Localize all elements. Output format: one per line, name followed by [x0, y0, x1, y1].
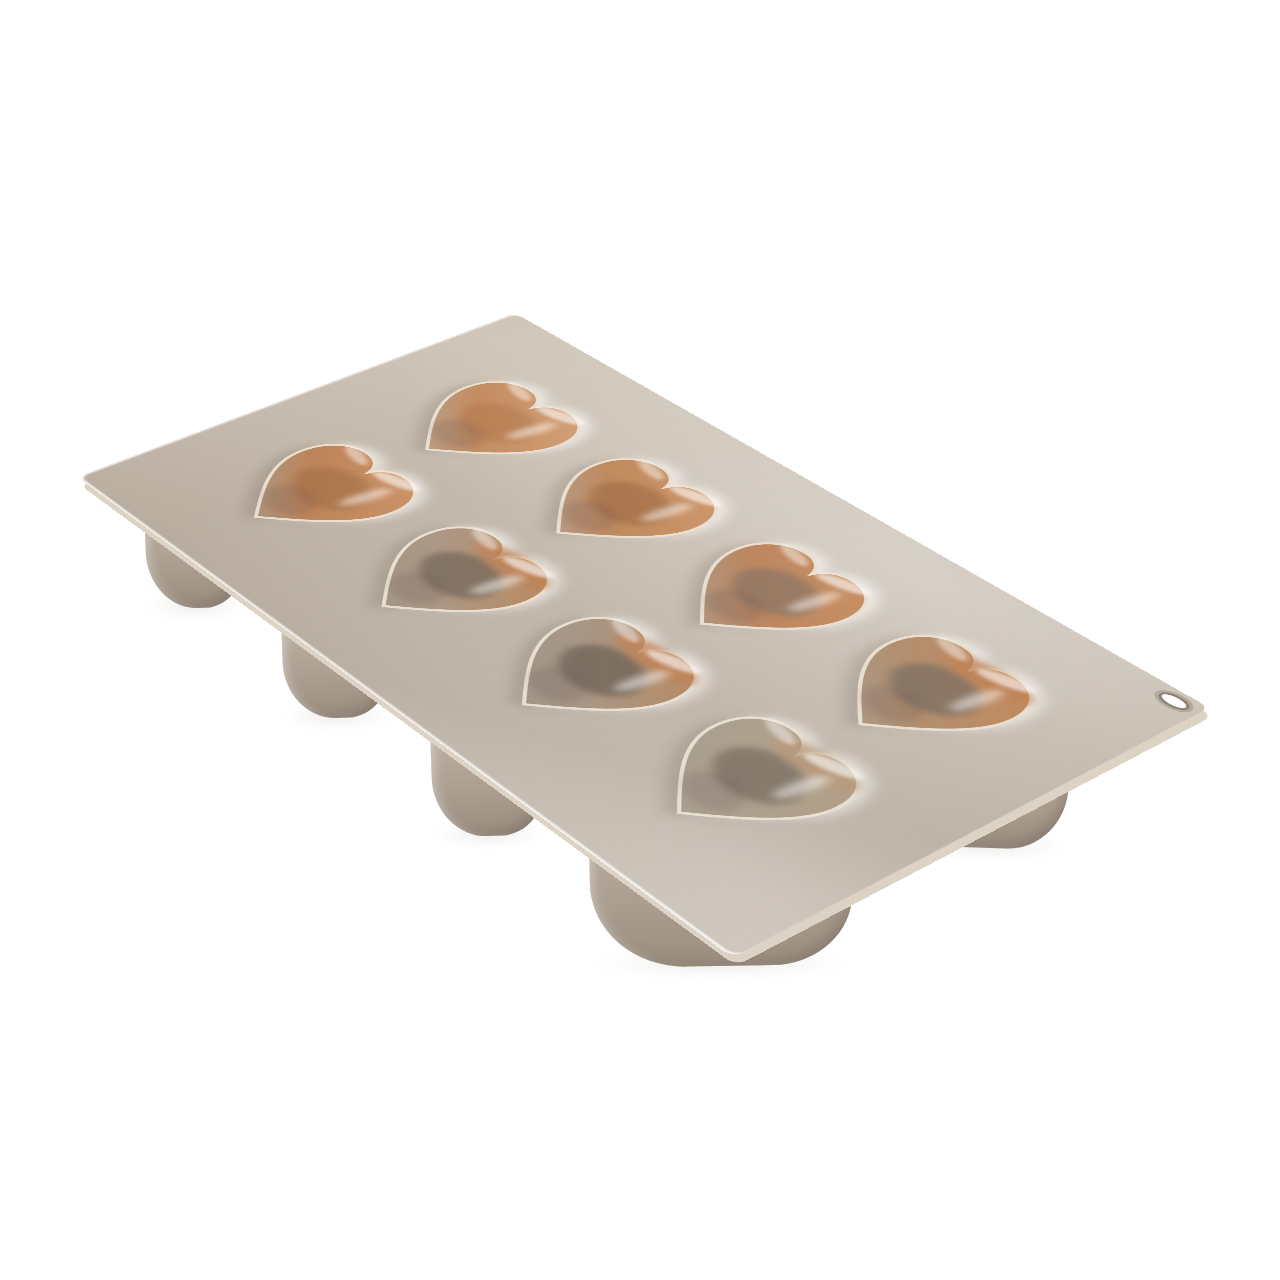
heart-col2-row2	[321, 512, 581, 650]
heart-col3-row1	[633, 527, 900, 668]
heart-col1-row1	[368, 368, 609, 486]
product-photo-scene	[0, 0, 1280, 1280]
heart-col4-row1	[785, 618, 1067, 773]
heart-col2-row1	[494, 444, 747, 572]
